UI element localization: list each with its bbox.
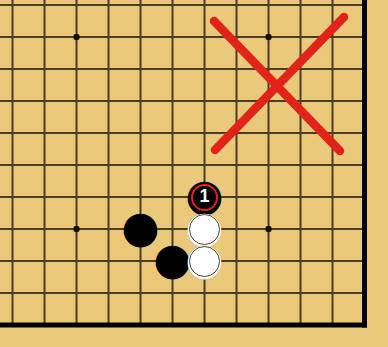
intersection-s6[interactable] (317, 149, 349, 181)
intersection-k1[interactable] (61, 309, 93, 341)
intersection-r9[interactable] (285, 53, 317, 85)
intersection-r6[interactable] (285, 149, 317, 181)
white-stone-o4: ● (189, 213, 221, 245)
white-stone-glyph: ● (185, 211, 223, 243)
intersection-k9[interactable] (61, 53, 93, 85)
intersection-t5[interactable] (349, 181, 381, 213)
intersection-s5[interactable] (317, 181, 349, 213)
intersection-m10[interactable] (125, 21, 157, 53)
intersection-j4[interactable] (29, 213, 61, 245)
intersection-k11[interactable] (61, 0, 93, 21)
intersection-j10[interactable] (29, 21, 61, 53)
intersection-o3[interactable]: ● (189, 245, 221, 277)
black-stone-glyph: ● (185, 179, 223, 211)
intersection-l9[interactable] (93, 53, 125, 85)
intersection-j7[interactable] (29, 117, 61, 149)
intersection-j6[interactable] (29, 149, 61, 181)
intersection-m1[interactable] (125, 309, 157, 341)
intersection-t10[interactable] (349, 21, 381, 53)
intersection-t8[interactable] (349, 85, 381, 117)
intersection-k4[interactable] (61, 213, 93, 245)
black-stone-glyph: ● (121, 211, 159, 243)
intersection-j5[interactable] (29, 181, 61, 213)
intersection-h3[interactable] (0, 245, 29, 277)
intersection-j9[interactable] (29, 53, 61, 85)
black-stone-n3: ● (157, 245, 189, 277)
intersection-l1[interactable] (93, 309, 125, 341)
intersection-t7[interactable] (349, 117, 381, 149)
intersection-o10[interactable] (189, 21, 221, 53)
intersection-q3[interactable] (253, 245, 285, 277)
intersection-q7[interactable] (253, 117, 285, 149)
intersection-s8[interactable] (317, 85, 349, 117)
intersection-o9[interactable] (189, 53, 221, 85)
intersection-m9[interactable] (125, 53, 157, 85)
intersection-p4[interactable] (221, 213, 253, 245)
intersection-s1[interactable] (317, 309, 349, 341)
intersection-l7[interactable] (93, 117, 125, 149)
intersection-s10[interactable] (317, 21, 349, 53)
intersection-n8[interactable] (157, 85, 189, 117)
intersection-k6[interactable] (61, 149, 93, 181)
intersection-n9[interactable] (157, 53, 189, 85)
intersection-p6[interactable] (221, 149, 253, 181)
intersection-q5[interactable] (253, 181, 285, 213)
intersection-s2[interactable] (317, 277, 349, 309)
intersection-p8[interactable] (221, 85, 253, 117)
intersection-l5[interactable] (93, 181, 125, 213)
intersection-l11[interactable] (93, 0, 125, 21)
intersection-q4[interactable] (253, 213, 285, 245)
intersection-p5[interactable] (221, 181, 253, 213)
intersection-r8[interactable] (285, 85, 317, 117)
intersection-k8[interactable] (61, 85, 93, 117)
intersection-o4[interactable]: ● (189, 213, 221, 245)
intersection-m7[interactable] (125, 117, 157, 149)
intersection-m4[interactable]: ● (125, 213, 157, 245)
white-stone-o3: ● (189, 245, 221, 277)
intersection-l4[interactable] (93, 213, 125, 245)
black-stone-o5: ●1 (189, 181, 221, 213)
intersection-m8[interactable] (125, 85, 157, 117)
intersection-s3[interactable] (317, 245, 349, 277)
intersection-l8[interactable] (93, 85, 125, 117)
intersection-s7[interactable] (317, 117, 349, 149)
intersection-l3[interactable] (93, 245, 125, 277)
intersection-m6[interactable] (125, 149, 157, 181)
intersection-r4[interactable] (285, 213, 317, 245)
intersection-n10[interactable] (157, 21, 189, 53)
intersection-t1[interactable] (349, 309, 381, 341)
intersection-s4[interactable] (317, 213, 349, 245)
intersection-p9[interactable] (221, 53, 253, 85)
intersection-s9[interactable] (317, 53, 349, 85)
intersection-n2[interactable] (157, 277, 189, 309)
intersection-h7[interactable] (0, 117, 29, 149)
intersection-p1[interactable] (221, 309, 253, 341)
intersection-l2[interactable] (93, 277, 125, 309)
intersection-t9[interactable] (349, 53, 381, 85)
intersection-o7[interactable] (189, 117, 221, 149)
intersection-o5[interactable]: ●1 (189, 181, 221, 213)
intersection-t3[interactable] (349, 245, 381, 277)
intersection-p10[interactable] (221, 21, 253, 53)
intersection-h8[interactable] (0, 85, 29, 117)
move-number-label: 1 (189, 180, 221, 212)
black-stone-m4: ● (125, 213, 157, 245)
intersection-k10[interactable] (61, 21, 93, 53)
intersection-k3[interactable] (61, 245, 93, 277)
intersection-m2[interactable] (125, 277, 157, 309)
intersection-q8[interactable] (253, 85, 285, 117)
intersection-o8[interactable] (189, 85, 221, 117)
intersection-h1[interactable] (0, 309, 29, 341)
intersection-h9[interactable] (0, 53, 29, 85)
intersection-q1[interactable] (253, 309, 285, 341)
intersection-k7[interactable] (61, 117, 93, 149)
intersection-r3[interactable] (285, 245, 317, 277)
intersection-n5[interactable] (157, 181, 189, 213)
intersection-p7[interactable] (221, 117, 253, 149)
go-board: ●1●●●● (0, 0, 381, 341)
intersection-h6[interactable] (0, 149, 29, 181)
intersection-q11[interactable] (253, 0, 285, 21)
intersection-o11[interactable] (189, 0, 221, 21)
intersection-p3[interactable] (221, 245, 253, 277)
intersection-p11[interactable] (221, 0, 253, 21)
intersection-l6[interactable] (93, 149, 125, 181)
intersection-j3[interactable] (29, 245, 61, 277)
intersection-q2[interactable] (253, 277, 285, 309)
intersection-j1[interactable] (29, 309, 61, 341)
intersection-t11[interactable] (349, 0, 381, 21)
white-stone-outline (189, 214, 220, 245)
intersection-h4[interactable] (0, 213, 29, 245)
intersection-k2[interactable] (61, 277, 93, 309)
intersection-k5[interactable] (61, 181, 93, 213)
intersection-j11[interactable] (29, 0, 61, 21)
intersection-r11[interactable] (285, 0, 317, 21)
intersection-r2[interactable] (285, 277, 317, 309)
white-stone-outline (189, 246, 220, 277)
intersection-m5[interactable] (125, 181, 157, 213)
intersection-t4[interactable] (349, 213, 381, 245)
intersection-h2[interactable] (0, 277, 29, 309)
intersection-q10[interactable] (253, 21, 285, 53)
intersection-q6[interactable] (253, 149, 285, 181)
intersection-m11[interactable] (125, 0, 157, 21)
intersection-s11[interactable] (317, 0, 349, 21)
intersection-h10[interactable] (0, 21, 29, 53)
intersection-r5[interactable] (285, 181, 317, 213)
intersection-m3[interactable] (125, 245, 157, 277)
intersection-j8[interactable] (29, 85, 61, 117)
intersection-q9[interactable] (253, 53, 285, 85)
intersection-r10[interactable] (285, 21, 317, 53)
go-board-diagram: ●1●●●● (0, 0, 388, 347)
intersection-p2[interactable] (221, 277, 253, 309)
intersection-r1[interactable] (285, 309, 317, 341)
intersection-t2[interactable] (349, 277, 381, 309)
intersection-n3[interactable]: ● (157, 245, 189, 277)
intersection-t6[interactable] (349, 149, 381, 181)
intersection-n1[interactable] (157, 309, 189, 341)
intersection-r7[interactable] (285, 117, 317, 149)
intersection-n11[interactable] (157, 0, 189, 21)
intersection-n6[interactable] (157, 149, 189, 181)
intersection-n7[interactable] (157, 117, 189, 149)
black-stone-glyph: ● (153, 243, 191, 275)
intersection-n4[interactable] (157, 213, 189, 245)
last-move-marker-ring (191, 184, 218, 211)
intersection-o2[interactable] (189, 277, 221, 309)
intersection-j2[interactable] (29, 277, 61, 309)
white-stone-glyph: ● (185, 243, 223, 275)
intersection-h5[interactable] (0, 181, 29, 213)
intersection-o1[interactable] (189, 309, 221, 341)
intersection-h11[interactable] (0, 0, 29, 21)
intersection-l10[interactable] (93, 21, 125, 53)
intersection-o6[interactable] (189, 149, 221, 181)
